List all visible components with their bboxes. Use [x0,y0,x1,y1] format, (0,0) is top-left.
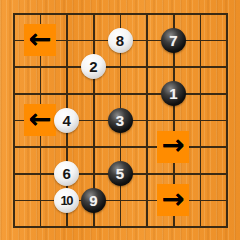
black-stone-9: 9 [81,188,106,213]
arrow-left-icon: ← [29,25,52,52]
stone-number: 2 [89,59,97,74]
white-stone-6: 6 [54,161,79,186]
white-stone-2: 2 [81,54,106,79]
black-stone-5: 5 [108,161,133,186]
arrow-right-marker: → [157,131,189,163]
white-stone-10: 10 [54,188,79,213]
go-board[interactable]: ←8721←43→65109→ [0,0,240,240]
stone-number: 9 [89,193,97,208]
arrow-right-icon: → [162,131,185,158]
arrow-left-icon: ← [29,105,52,132]
black-stone-3: 3 [108,108,133,133]
stone-number: 1 [169,86,177,101]
stone-number: 10 [60,194,71,207]
stone-number: 3 [116,113,124,128]
arrow-left-marker: ← [24,104,56,136]
arrow-left-marker: ← [24,24,56,56]
white-stone-8: 8 [108,28,133,53]
stone-number: 7 [169,33,177,48]
black-stone-7: 7 [161,28,186,53]
arrow-right-icon: → [162,185,185,212]
white-stone-4: 4 [54,108,79,133]
arrow-right-marker: → [157,184,189,216]
stone-number: 6 [62,166,70,181]
black-stone-1: 1 [161,81,186,106]
stone-number: 8 [116,33,124,48]
stone-number: 4 [62,113,70,128]
stone-number: 5 [116,166,124,181]
